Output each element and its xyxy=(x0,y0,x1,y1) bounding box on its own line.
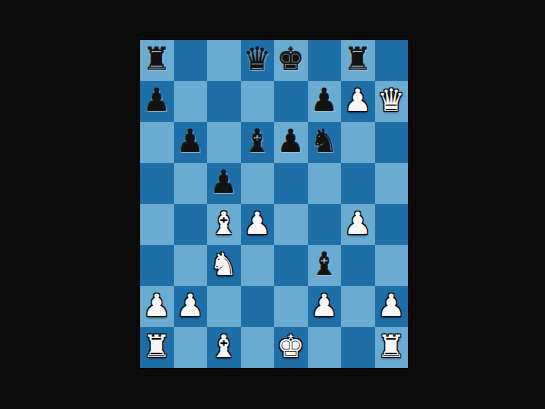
square-d8[interactable]: ♛ xyxy=(241,40,275,81)
square-b6[interactable]: ♟ xyxy=(174,122,208,163)
square-a8[interactable]: ♜ xyxy=(140,40,174,81)
piece-white-knight[interactable]: ♞ xyxy=(210,249,238,280)
square-c2[interactable] xyxy=(207,286,241,327)
square-b4[interactable] xyxy=(174,204,208,245)
piece-white-bishop[interactable]: ♝ xyxy=(210,331,238,362)
square-e6[interactable]: ♟ xyxy=(274,122,308,163)
square-g1[interactable] xyxy=(341,327,375,368)
square-f4[interactable] xyxy=(308,204,342,245)
square-g7[interactable]: ♟ xyxy=(341,81,375,122)
square-f1[interactable] xyxy=(308,327,342,368)
piece-white-pawn[interactable]: ♟ xyxy=(310,290,338,321)
square-e3[interactable] xyxy=(274,245,308,286)
square-d4[interactable]: ♟ xyxy=(241,204,275,245)
square-a7[interactable]: ♟ xyxy=(140,81,174,122)
piece-black-rook[interactable]: ♜ xyxy=(344,44,372,75)
square-d6[interactable]: ♝ xyxy=(241,122,275,163)
square-c5[interactable]: ♟ xyxy=(207,163,241,204)
piece-white-rook[interactable]: ♜ xyxy=(143,331,171,362)
piece-white-bishop[interactable]: ♝ xyxy=(210,208,238,239)
square-f7[interactable]: ♟ xyxy=(308,81,342,122)
square-e8[interactable]: ♚ xyxy=(274,40,308,81)
piece-white-pawn[interactable]: ♟ xyxy=(243,208,271,239)
square-h3[interactable] xyxy=(375,245,409,286)
square-h7[interactable]: ♛ xyxy=(375,81,409,122)
square-g2[interactable] xyxy=(341,286,375,327)
square-a3[interactable] xyxy=(140,245,174,286)
square-e5[interactable] xyxy=(274,163,308,204)
piece-white-pawn[interactable]: ♟ xyxy=(176,290,204,321)
square-h6[interactable] xyxy=(375,122,409,163)
square-c4[interactable]: ♝ xyxy=(207,204,241,245)
square-b3[interactable] xyxy=(174,245,208,286)
square-a5[interactable] xyxy=(140,163,174,204)
square-g3[interactable] xyxy=(341,245,375,286)
square-b5[interactable] xyxy=(174,163,208,204)
square-d1[interactable] xyxy=(241,327,275,368)
square-d7[interactable] xyxy=(241,81,275,122)
piece-white-pawn[interactable]: ♟ xyxy=(143,290,171,321)
video-frame: ♜♛♚♜♟♟♟♛♟♝♟♞♟♝♟♟♞♝♟♟♟♟♜♝♚♜ xyxy=(0,0,545,409)
square-g8[interactable]: ♜ xyxy=(341,40,375,81)
square-a2[interactable]: ♟ xyxy=(140,286,174,327)
square-h5[interactable] xyxy=(375,163,409,204)
piece-black-rook[interactable]: ♜ xyxy=(143,44,171,75)
chess-board: ♜♛♚♜♟♟♟♛♟♝♟♞♟♝♟♟♞♝♟♟♟♟♜♝♚♜ xyxy=(140,40,408,368)
piece-black-pawn[interactable]: ♟ xyxy=(176,126,204,157)
piece-black-pawn[interactable]: ♟ xyxy=(143,85,171,116)
square-b8[interactable] xyxy=(174,40,208,81)
square-g4[interactable]: ♟ xyxy=(341,204,375,245)
square-e1[interactable]: ♚ xyxy=(274,327,308,368)
piece-black-pawn[interactable]: ♟ xyxy=(310,85,338,116)
piece-black-queen[interactable]: ♛ xyxy=(243,44,271,75)
piece-black-bishop[interactable]: ♝ xyxy=(243,126,271,157)
square-b1[interactable] xyxy=(174,327,208,368)
piece-black-pawn[interactable]: ♟ xyxy=(210,167,238,198)
piece-black-pawn[interactable]: ♟ xyxy=(277,126,305,157)
square-a6[interactable] xyxy=(140,122,174,163)
square-a1[interactable]: ♜ xyxy=(140,327,174,368)
square-h2[interactable]: ♟ xyxy=(375,286,409,327)
square-b7[interactable] xyxy=(174,81,208,122)
square-h4[interactable] xyxy=(375,204,409,245)
square-d2[interactable] xyxy=(241,286,275,327)
square-c1[interactable]: ♝ xyxy=(207,327,241,368)
square-d3[interactable] xyxy=(241,245,275,286)
square-c6[interactable] xyxy=(207,122,241,163)
piece-white-queen[interactable]: ♛ xyxy=(377,85,405,116)
square-b2[interactable]: ♟ xyxy=(174,286,208,327)
piece-white-king[interactable]: ♚ xyxy=(277,331,305,362)
square-f8[interactable] xyxy=(308,40,342,81)
piece-white-rook[interactable]: ♜ xyxy=(377,331,405,362)
square-e2[interactable] xyxy=(274,286,308,327)
square-e7[interactable] xyxy=(274,81,308,122)
square-c8[interactable] xyxy=(207,40,241,81)
piece-black-bishop[interactable]: ♝ xyxy=(310,249,338,280)
square-f3[interactable]: ♝ xyxy=(308,245,342,286)
square-f5[interactable] xyxy=(308,163,342,204)
piece-white-pawn[interactable]: ♟ xyxy=(344,208,372,239)
square-e4[interactable] xyxy=(274,204,308,245)
piece-white-pawn[interactable]: ♟ xyxy=(344,85,372,116)
square-h8[interactable] xyxy=(375,40,409,81)
piece-white-pawn[interactable]: ♟ xyxy=(377,290,405,321)
square-c3[interactable]: ♞ xyxy=(207,245,241,286)
square-f6[interactable]: ♞ xyxy=(308,122,342,163)
piece-black-knight[interactable]: ♞ xyxy=(310,126,338,157)
square-h1[interactable]: ♜ xyxy=(375,327,409,368)
square-c7[interactable] xyxy=(207,81,241,122)
square-f2[interactable]: ♟ xyxy=(308,286,342,327)
square-g6[interactable] xyxy=(341,122,375,163)
square-d5[interactable] xyxy=(241,163,275,204)
piece-black-king[interactable]: ♚ xyxy=(277,44,305,75)
square-a4[interactable] xyxy=(140,204,174,245)
square-g5[interactable] xyxy=(341,163,375,204)
